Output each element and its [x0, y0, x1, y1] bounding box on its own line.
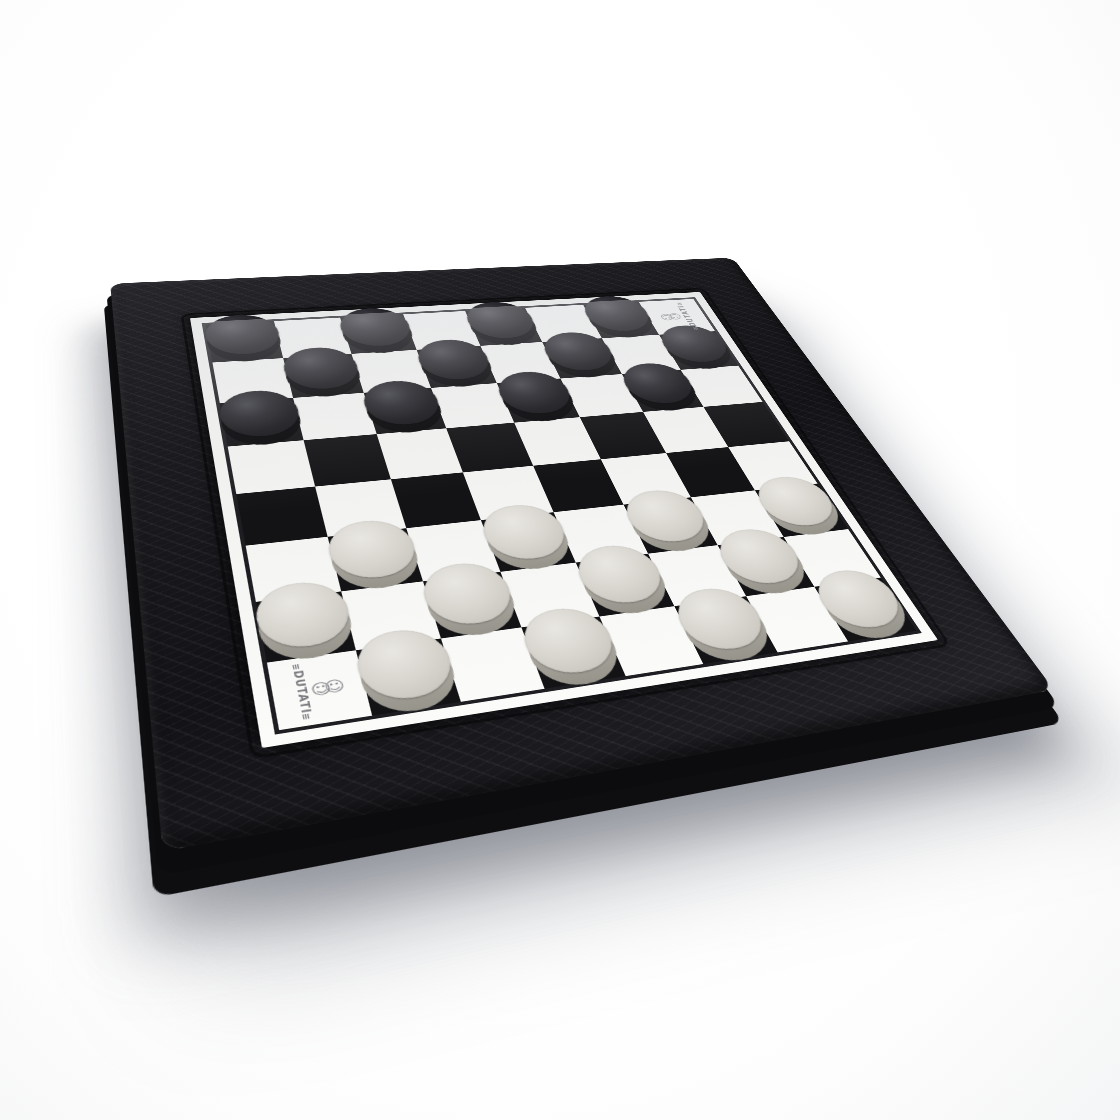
brand-logo: DUTATI☺☺	[271, 653, 368, 726]
product-photo-scene: DUTATI☺☺DUTATI☺☺	[0, 0, 1120, 1120]
checkers-board: DUTATI☺☺DUTATI☺☺	[190, 292, 938, 748]
square-r1c1[interactable]	[206, 321, 283, 362]
square-r3c1[interactable]	[220, 398, 304, 447]
square-r5c1[interactable]	[236, 487, 327, 546]
black-piece[interactable]	[203, 320, 285, 364]
square-r4c1	[228, 440, 315, 494]
two-children-icon: ☺☺	[308, 676, 346, 699]
square-r2c2[interactable]	[283, 354, 363, 398]
square-r4c2[interactable]	[303, 434, 390, 486]
